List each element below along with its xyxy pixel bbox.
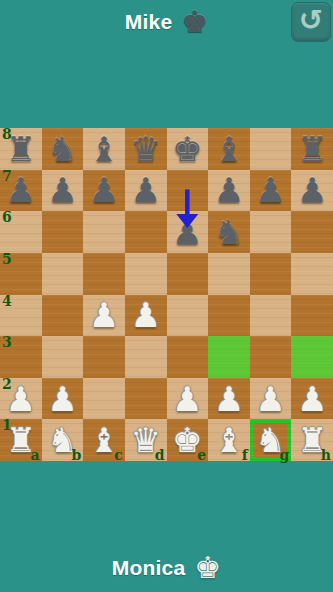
piece-black-pawn: ♟ bbox=[83, 170, 125, 212]
square-g8[interactable] bbox=[250, 128, 292, 170]
square-f1[interactable]: f♝ bbox=[208, 419, 250, 461]
file-label: e bbox=[197, 448, 206, 463]
square-d7[interactable]: ♟ bbox=[125, 170, 167, 212]
piece-black-pawn: ♟ bbox=[208, 170, 250, 212]
square-h4[interactable] bbox=[291, 295, 333, 337]
square-g7[interactable]: ♟ bbox=[250, 170, 292, 212]
square-d8[interactable]: ♛ bbox=[125, 128, 167, 170]
white-king-icon: ♚ bbox=[194, 553, 221, 583]
player-top-name: Mike bbox=[125, 10, 173, 34]
square-e1[interactable]: e♚ bbox=[167, 419, 209, 461]
file-label: g bbox=[280, 448, 290, 463]
square-a8[interactable]: 8♜ bbox=[0, 128, 42, 170]
square-h2[interactable]: ♟ bbox=[291, 378, 333, 420]
square-b5[interactable] bbox=[42, 253, 84, 295]
square-f4[interactable] bbox=[208, 295, 250, 337]
piece-black-knight: ♞ bbox=[42, 128, 84, 170]
piece-black-knight: ♞ bbox=[208, 211, 250, 253]
piece-black-king: ♚ bbox=[167, 128, 209, 170]
piece-black-pawn: ♟ bbox=[250, 170, 292, 212]
rank-label: 7 bbox=[2, 169, 12, 184]
square-f3[interactable] bbox=[208, 336, 250, 378]
file-label: a bbox=[31, 448, 40, 463]
square-e4[interactable] bbox=[167, 295, 209, 337]
piece-black-pawn: ♟ bbox=[42, 170, 84, 212]
file-label: c bbox=[114, 448, 123, 463]
app-screen: Mike ♚ ↺ 8♜♞♝♛♚♝♜7♟♟♟♟♟♟♟6♟♞54♟♟32♟♟♟♟♟♟… bbox=[0, 0, 333, 592]
square-f7[interactable]: ♟ bbox=[208, 170, 250, 212]
player-top: Mike ♚ bbox=[0, 0, 333, 44]
square-b7[interactable]: ♟ bbox=[42, 170, 84, 212]
square-c1[interactable]: c♝ bbox=[83, 419, 125, 461]
piece-white-pawn: ♟ bbox=[83, 295, 125, 337]
square-a2[interactable]: 2♟ bbox=[0, 378, 42, 420]
square-h3[interactable] bbox=[291, 336, 333, 378]
file-label: f bbox=[242, 448, 248, 463]
piece-white-pawn: ♟ bbox=[125, 295, 167, 337]
chess-board: 8♜♞♝♛♚♝♜7♟♟♟♟♟♟♟6♟♞54♟♟32♟♟♟♟♟♟1a♜b♞c♝d♛… bbox=[0, 128, 333, 461]
file-label: h bbox=[321, 448, 331, 463]
square-e8[interactable]: ♚ bbox=[167, 128, 209, 170]
rank-label: 3 bbox=[2, 335, 12, 350]
square-f6[interactable]: ♞ bbox=[208, 211, 250, 253]
square-h6[interactable] bbox=[291, 211, 333, 253]
square-c7[interactable]: ♟ bbox=[83, 170, 125, 212]
piece-black-queen: ♛ bbox=[125, 128, 167, 170]
piece-black-pawn: ♟ bbox=[291, 170, 333, 212]
rank-label: 4 bbox=[2, 294, 12, 309]
square-h1[interactable]: h♜ bbox=[291, 419, 333, 461]
undo-button[interactable]: ↺ bbox=[291, 2, 331, 42]
square-f8[interactable]: ♝ bbox=[208, 128, 250, 170]
square-c5[interactable] bbox=[83, 253, 125, 295]
square-c6[interactable] bbox=[83, 211, 125, 253]
square-d5[interactable] bbox=[125, 253, 167, 295]
rank-label: 6 bbox=[2, 210, 12, 225]
square-e2[interactable]: ♟ bbox=[167, 378, 209, 420]
file-label: b bbox=[71, 448, 81, 463]
square-c3[interactable] bbox=[83, 336, 125, 378]
square-b6[interactable] bbox=[42, 211, 84, 253]
square-g4[interactable] bbox=[250, 295, 292, 337]
piece-black-bishop: ♝ bbox=[208, 128, 250, 170]
square-b4[interactable] bbox=[42, 295, 84, 337]
rank-label: 8 bbox=[2, 127, 12, 142]
undo-icon: ↺ bbox=[299, 6, 323, 35]
piece-black-bishop: ♝ bbox=[83, 128, 125, 170]
square-d2[interactable] bbox=[125, 378, 167, 420]
piece-white-pawn: ♟ bbox=[42, 378, 84, 420]
rank-label: 1 bbox=[2, 418, 12, 433]
player-bottom: Monica ♚ bbox=[0, 546, 333, 590]
piece-white-pawn: ♟ bbox=[291, 378, 333, 420]
square-g2[interactable]: ♟ bbox=[250, 378, 292, 420]
square-g5[interactable] bbox=[250, 253, 292, 295]
square-g1[interactable]: g♞ bbox=[250, 419, 292, 461]
piece-white-pawn: ♟ bbox=[167, 378, 209, 420]
square-a3[interactable]: 3 bbox=[0, 336, 42, 378]
piece-white-pawn: ♟ bbox=[250, 378, 292, 420]
square-e3[interactable] bbox=[167, 336, 209, 378]
square-f5[interactable] bbox=[208, 253, 250, 295]
piece-black-rook: ♜ bbox=[291, 128, 333, 170]
square-d3[interactable] bbox=[125, 336, 167, 378]
square-e5[interactable] bbox=[167, 253, 209, 295]
square-h7[interactable]: ♟ bbox=[291, 170, 333, 212]
square-d4[interactable]: ♟ bbox=[125, 295, 167, 337]
square-c8[interactable]: ♝ bbox=[83, 128, 125, 170]
square-c2[interactable] bbox=[83, 378, 125, 420]
file-label: d bbox=[155, 448, 165, 463]
square-b8[interactable]: ♞ bbox=[42, 128, 84, 170]
square-a7[interactable]: 7♟ bbox=[0, 170, 42, 212]
square-h5[interactable] bbox=[291, 253, 333, 295]
square-a1[interactable]: 1a♜ bbox=[0, 419, 42, 461]
square-e7[interactable] bbox=[167, 170, 209, 212]
square-a6[interactable]: 6 bbox=[0, 211, 42, 253]
square-d1[interactable]: d♛ bbox=[125, 419, 167, 461]
rank-label: 5 bbox=[2, 252, 12, 267]
square-f2[interactable]: ♟ bbox=[208, 378, 250, 420]
rank-label: 2 bbox=[2, 377, 12, 392]
square-d6[interactable] bbox=[125, 211, 167, 253]
square-c4[interactable]: ♟ bbox=[83, 295, 125, 337]
square-h8[interactable]: ♜ bbox=[291, 128, 333, 170]
square-b1[interactable]: b♞ bbox=[42, 419, 84, 461]
square-a4[interactable]: 4 bbox=[0, 295, 42, 337]
square-a5[interactable]: 5 bbox=[0, 253, 42, 295]
square-e6[interactable]: ♟ bbox=[167, 211, 209, 253]
square-g3[interactable] bbox=[250, 336, 292, 378]
piece-black-pawn: ♟ bbox=[125, 170, 167, 212]
black-king-icon: ♚ bbox=[181, 7, 208, 37]
player-bottom-name: Monica bbox=[112, 556, 186, 580]
square-g6[interactable] bbox=[250, 211, 292, 253]
square-b3[interactable] bbox=[42, 336, 84, 378]
piece-black-pawn: ♟ bbox=[167, 211, 209, 253]
piece-white-pawn: ♟ bbox=[208, 378, 250, 420]
square-b2[interactable]: ♟ bbox=[42, 378, 84, 420]
